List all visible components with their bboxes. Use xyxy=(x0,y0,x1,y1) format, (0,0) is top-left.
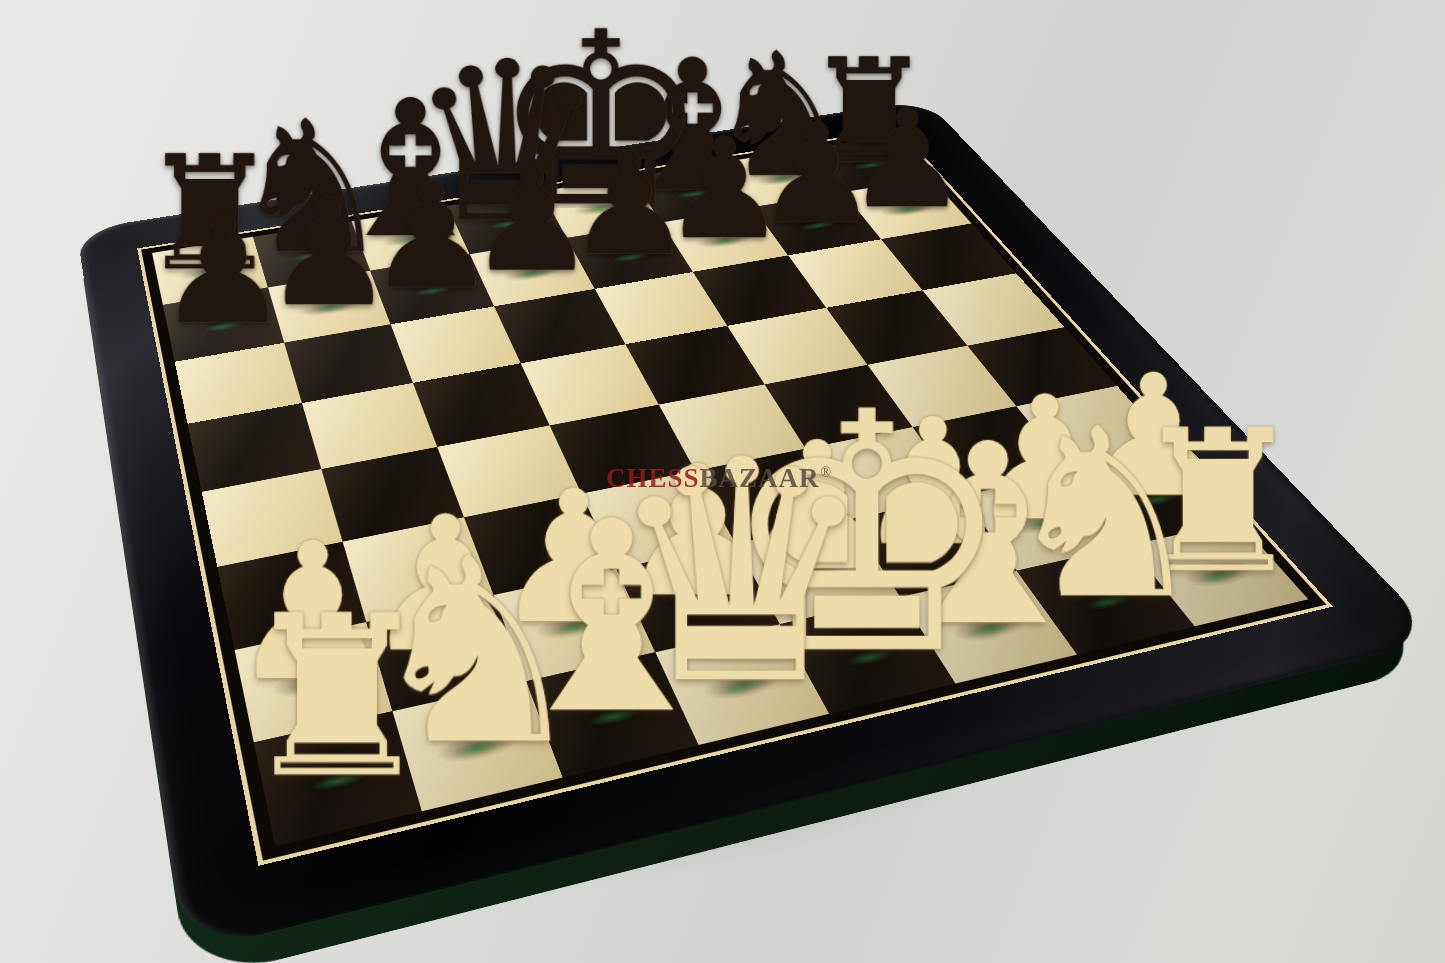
watermark-registered-icon: ® xyxy=(821,465,833,480)
watermark: CHESSBAZAAR® xyxy=(606,463,832,494)
piece-black-pawn: ♟ xyxy=(156,196,289,345)
watermark-chess-text: CHESS xyxy=(606,463,700,493)
board-frame: ♜♞♝♛♚♝♞♜♟♟♟♟♟♟♟♟♟♟♟♟♟♟♟♟♜♞♝♛♚♝♞♜ xyxy=(77,99,1441,953)
watermark-bazaar-text: BAZAAR xyxy=(700,463,820,493)
square-b5 xyxy=(302,383,437,469)
board-inlay-border: ♜♞♝♛♚♝♞♜♟♟♟♟♟♟♟♟♟♟♟♟♟♟♟♟♜♞♝♛♚♝♞♜ xyxy=(137,128,1333,866)
square-a1: ♜ xyxy=(254,711,422,846)
piece-white-rook: ♜ xyxy=(237,585,436,807)
chessboard: ♜♞♝♛♚♝♞♜♟♟♟♟♟♟♟♟♟♟♟♟♟♟♟♟♜♞♝♛♚♝♞♜ xyxy=(77,99,1441,953)
